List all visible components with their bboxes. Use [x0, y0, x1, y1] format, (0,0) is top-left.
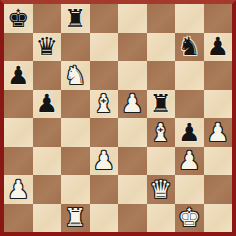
white-king-piece: ♚ — [178, 205, 200, 230]
square-a2[interactable]: ♟ — [4, 175, 33, 204]
square-f2[interactable]: ♛ — [147, 175, 176, 204]
white-bishop-piece: ♝ — [150, 120, 172, 145]
white-pawn-piece: ♟ — [207, 120, 229, 145]
black-pawn-piece: ♟ — [7, 63, 29, 88]
black-queen-piece: ♛ — [36, 34, 58, 59]
black-king-piece: ♚ — [7, 6, 29, 31]
square-d7[interactable] — [90, 33, 119, 62]
square-e3[interactable] — [118, 147, 147, 176]
square-c1[interactable]: ♜ — [61, 204, 90, 233]
square-g6[interactable] — [175, 61, 204, 90]
square-f8[interactable] — [147, 4, 176, 33]
square-e8[interactable] — [118, 4, 147, 33]
square-h7[interactable]: ♟ — [204, 33, 233, 62]
square-c7[interactable] — [61, 33, 90, 62]
square-h2[interactable] — [204, 175, 233, 204]
square-f3[interactable] — [147, 147, 176, 176]
square-g8[interactable] — [175, 4, 204, 33]
square-b1[interactable] — [33, 204, 62, 233]
square-b8[interactable] — [33, 4, 62, 33]
square-e5[interactable]: ♟ — [118, 90, 147, 119]
square-e1[interactable] — [118, 204, 147, 233]
square-d1[interactable] — [90, 204, 119, 233]
square-h3[interactable] — [204, 147, 233, 176]
square-b3[interactable] — [33, 147, 62, 176]
square-d2[interactable] — [90, 175, 119, 204]
black-rook-piece: ♜ — [150, 91, 172, 116]
black-pawn-piece: ♟ — [207, 34, 229, 59]
black-pawn-piece: ♟ — [36, 91, 58, 116]
square-g7[interactable]: ♞ — [175, 33, 204, 62]
square-g3[interactable]: ♟ — [175, 147, 204, 176]
white-pawn-piece: ♟ — [7, 177, 29, 202]
square-e7[interactable] — [118, 33, 147, 62]
black-knight-piece: ♞ — [178, 34, 200, 59]
square-h1[interactable] — [204, 204, 233, 233]
square-h8[interactable] — [204, 4, 233, 33]
square-a4[interactable] — [4, 118, 33, 147]
square-d4[interactable] — [90, 118, 119, 147]
square-d5[interactable]: ♝ — [90, 90, 119, 119]
square-b5[interactable]: ♟ — [33, 90, 62, 119]
square-b4[interactable] — [33, 118, 62, 147]
square-b2[interactable] — [33, 175, 62, 204]
square-g5[interactable] — [175, 90, 204, 119]
black-pawn-piece: ♟ — [178, 120, 200, 145]
square-f4[interactable]: ♝ — [147, 118, 176, 147]
square-f7[interactable] — [147, 33, 176, 62]
board-frame: ♚♜♛♞♟♟♞♟♝♟♜♝♟♟♟♟♟♛♜♚ — [0, 0, 236, 236]
square-h5[interactable] — [204, 90, 233, 119]
square-a7[interactable] — [4, 33, 33, 62]
square-e6[interactable] — [118, 61, 147, 90]
square-h4[interactable]: ♟ — [204, 118, 233, 147]
square-a3[interactable] — [4, 147, 33, 176]
square-c3[interactable] — [61, 147, 90, 176]
square-d6[interactable] — [90, 61, 119, 90]
square-a8[interactable]: ♚ — [4, 4, 33, 33]
square-e2[interactable] — [118, 175, 147, 204]
square-g4[interactable]: ♟ — [175, 118, 204, 147]
white-knight-piece: ♞ — [64, 63, 86, 88]
square-c5[interactable] — [61, 90, 90, 119]
white-pawn-piece: ♟ — [93, 148, 115, 173]
square-b6[interactable] — [33, 61, 62, 90]
white-queen-piece: ♛ — [150, 177, 172, 202]
white-pawn-piece: ♟ — [121, 91, 143, 116]
white-pawn-piece: ♟ — [178, 148, 200, 173]
white-bishop-piece: ♝ — [93, 91, 115, 116]
square-f6[interactable] — [147, 61, 176, 90]
square-h6[interactable] — [204, 61, 233, 90]
square-b7[interactable]: ♛ — [33, 33, 62, 62]
square-e4[interactable] — [118, 118, 147, 147]
square-g1[interactable]: ♚ — [175, 204, 204, 233]
square-f5[interactable]: ♜ — [147, 90, 176, 119]
square-c6[interactable]: ♞ — [61, 61, 90, 90]
square-c8[interactable]: ♜ — [61, 4, 90, 33]
square-g2[interactable] — [175, 175, 204, 204]
square-f1[interactable] — [147, 204, 176, 233]
square-c2[interactable] — [61, 175, 90, 204]
square-a5[interactable] — [4, 90, 33, 119]
white-rook-piece: ♜ — [64, 205, 86, 230]
square-d8[interactable] — [90, 4, 119, 33]
square-a1[interactable] — [4, 204, 33, 233]
square-d3[interactable]: ♟ — [90, 147, 119, 176]
chess-board: ♚♜♛♞♟♟♞♟♝♟♜♝♟♟♟♟♟♛♜♚ — [4, 4, 232, 232]
black-rook-piece: ♜ — [64, 6, 86, 31]
square-c4[interactable] — [61, 118, 90, 147]
square-a6[interactable]: ♟ — [4, 61, 33, 90]
